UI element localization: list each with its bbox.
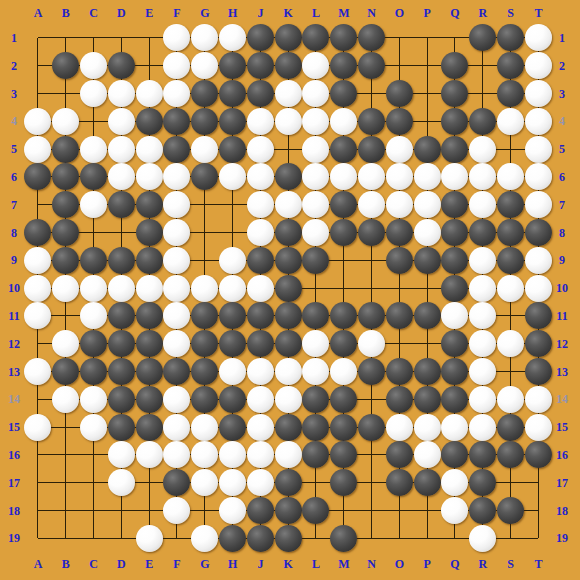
point-T11[interactable] bbox=[524, 302, 552, 330]
point-F6[interactable] bbox=[163, 163, 191, 191]
point-G15[interactable] bbox=[191, 413, 219, 441]
point-H10[interactable] bbox=[219, 274, 247, 302]
point-N18[interactable] bbox=[358, 497, 386, 525]
point-A15[interactable] bbox=[24, 413, 52, 441]
point-R17[interactable] bbox=[469, 469, 497, 497]
point-T6[interactable] bbox=[524, 163, 552, 191]
point-L19[interactable] bbox=[302, 524, 330, 552]
point-T5[interactable] bbox=[524, 135, 552, 163]
point-S15[interactable] bbox=[497, 413, 525, 441]
point-R2[interactable] bbox=[469, 52, 497, 80]
point-N4[interactable] bbox=[358, 107, 386, 135]
point-T9[interactable] bbox=[524, 246, 552, 274]
point-B7[interactable] bbox=[52, 191, 80, 219]
point-R3[interactable] bbox=[469, 80, 497, 108]
point-G4[interactable] bbox=[191, 107, 219, 135]
point-L3[interactable] bbox=[302, 80, 330, 108]
point-Q17[interactable] bbox=[441, 469, 469, 497]
point-T7[interactable] bbox=[524, 191, 552, 219]
point-S5[interactable] bbox=[497, 135, 525, 163]
point-O15[interactable] bbox=[385, 413, 413, 441]
point-E16[interactable] bbox=[135, 441, 163, 469]
point-C12[interactable] bbox=[80, 330, 108, 358]
point-B6[interactable] bbox=[52, 163, 80, 191]
point-K3[interactable] bbox=[274, 80, 302, 108]
point-P14[interactable] bbox=[413, 385, 441, 413]
point-O19[interactable] bbox=[385, 524, 413, 552]
point-P12[interactable] bbox=[413, 330, 441, 358]
point-G18[interactable] bbox=[191, 497, 219, 525]
point-S16[interactable] bbox=[497, 441, 525, 469]
point-L16[interactable] bbox=[302, 441, 330, 469]
point-Q18[interactable] bbox=[441, 497, 469, 525]
point-F7[interactable] bbox=[163, 191, 191, 219]
point-D13[interactable] bbox=[107, 358, 135, 386]
point-T13[interactable] bbox=[524, 358, 552, 386]
point-E13[interactable] bbox=[135, 358, 163, 386]
point-A13[interactable] bbox=[24, 358, 52, 386]
point-R4[interactable] bbox=[469, 107, 497, 135]
point-M15[interactable] bbox=[330, 413, 358, 441]
point-D17[interactable] bbox=[107, 469, 135, 497]
point-F5[interactable] bbox=[163, 135, 191, 163]
point-F12[interactable] bbox=[163, 330, 191, 358]
point-D12[interactable] bbox=[107, 330, 135, 358]
point-E8[interactable] bbox=[135, 219, 163, 247]
point-J17[interactable] bbox=[246, 469, 274, 497]
point-L18[interactable] bbox=[302, 497, 330, 525]
point-K11[interactable] bbox=[274, 302, 302, 330]
point-T18[interactable] bbox=[524, 497, 552, 525]
point-L8[interactable] bbox=[302, 219, 330, 247]
point-F19[interactable] bbox=[163, 524, 191, 552]
point-E2[interactable] bbox=[135, 52, 163, 80]
point-P8[interactable] bbox=[413, 219, 441, 247]
point-J13[interactable] bbox=[246, 358, 274, 386]
point-G1[interactable] bbox=[191, 24, 219, 52]
point-J1[interactable] bbox=[246, 24, 274, 52]
point-Q19[interactable] bbox=[441, 524, 469, 552]
point-M12[interactable] bbox=[330, 330, 358, 358]
point-A18[interactable] bbox=[24, 497, 52, 525]
point-N10[interactable] bbox=[358, 274, 386, 302]
point-Q1[interactable] bbox=[441, 24, 469, 52]
point-N11[interactable] bbox=[358, 302, 386, 330]
point-P5[interactable] bbox=[413, 135, 441, 163]
point-H5[interactable] bbox=[219, 135, 247, 163]
point-C2[interactable] bbox=[80, 52, 108, 80]
point-H18[interactable] bbox=[219, 497, 247, 525]
point-R11[interactable] bbox=[469, 302, 497, 330]
point-S11[interactable] bbox=[497, 302, 525, 330]
point-F8[interactable] bbox=[163, 219, 191, 247]
point-O1[interactable] bbox=[385, 24, 413, 52]
point-O9[interactable] bbox=[385, 246, 413, 274]
point-L5[interactable] bbox=[302, 135, 330, 163]
point-L17[interactable] bbox=[302, 469, 330, 497]
point-E6[interactable] bbox=[135, 163, 163, 191]
point-K15[interactable] bbox=[274, 413, 302, 441]
point-A11[interactable] bbox=[24, 302, 52, 330]
point-J5[interactable] bbox=[246, 135, 274, 163]
point-N6[interactable] bbox=[358, 163, 386, 191]
point-G8[interactable] bbox=[191, 219, 219, 247]
point-F14[interactable] bbox=[163, 385, 191, 413]
point-T12[interactable] bbox=[524, 330, 552, 358]
point-K6[interactable] bbox=[274, 163, 302, 191]
point-Q15[interactable] bbox=[441, 413, 469, 441]
point-C15[interactable] bbox=[80, 413, 108, 441]
point-R15[interactable] bbox=[469, 413, 497, 441]
point-S19[interactable] bbox=[497, 524, 525, 552]
point-B14[interactable] bbox=[52, 385, 80, 413]
point-O16[interactable] bbox=[385, 441, 413, 469]
point-C5[interactable] bbox=[80, 135, 108, 163]
point-K7[interactable] bbox=[274, 191, 302, 219]
point-G13[interactable] bbox=[191, 358, 219, 386]
point-J4[interactable] bbox=[246, 107, 274, 135]
point-M6[interactable] bbox=[330, 163, 358, 191]
point-E4[interactable] bbox=[135, 107, 163, 135]
point-T19[interactable] bbox=[524, 524, 552, 552]
point-P10[interactable] bbox=[413, 274, 441, 302]
point-A3[interactable] bbox=[24, 80, 52, 108]
point-F2[interactable] bbox=[163, 52, 191, 80]
point-G9[interactable] bbox=[191, 246, 219, 274]
point-R12[interactable] bbox=[469, 330, 497, 358]
point-J14[interactable] bbox=[246, 385, 274, 413]
point-Q16[interactable] bbox=[441, 441, 469, 469]
point-P6[interactable] bbox=[413, 163, 441, 191]
point-A5[interactable] bbox=[24, 135, 52, 163]
point-L12[interactable] bbox=[302, 330, 330, 358]
point-H13[interactable] bbox=[219, 358, 247, 386]
point-F4[interactable] bbox=[163, 107, 191, 135]
point-J3[interactable] bbox=[246, 80, 274, 108]
point-A6[interactable] bbox=[24, 163, 52, 191]
point-M11[interactable] bbox=[330, 302, 358, 330]
point-C1[interactable] bbox=[80, 24, 108, 52]
point-R6[interactable] bbox=[469, 163, 497, 191]
point-D1[interactable] bbox=[107, 24, 135, 52]
point-K2[interactable] bbox=[274, 52, 302, 80]
point-A14[interactable] bbox=[24, 385, 52, 413]
point-G16[interactable] bbox=[191, 441, 219, 469]
point-C9[interactable] bbox=[80, 246, 108, 274]
point-H11[interactable] bbox=[219, 302, 247, 330]
point-A2[interactable] bbox=[24, 52, 52, 80]
point-L4[interactable] bbox=[302, 107, 330, 135]
point-D11[interactable] bbox=[107, 302, 135, 330]
point-L14[interactable] bbox=[302, 385, 330, 413]
point-A9[interactable] bbox=[24, 246, 52, 274]
point-B16[interactable] bbox=[52, 441, 80, 469]
point-H7[interactable] bbox=[219, 191, 247, 219]
point-E10[interactable] bbox=[135, 274, 163, 302]
point-B4[interactable] bbox=[52, 107, 80, 135]
point-E18[interactable] bbox=[135, 497, 163, 525]
point-D19[interactable] bbox=[107, 524, 135, 552]
point-J15[interactable] bbox=[246, 413, 274, 441]
point-D2[interactable] bbox=[107, 52, 135, 80]
point-B11[interactable] bbox=[52, 302, 80, 330]
point-D9[interactable] bbox=[107, 246, 135, 274]
point-A19[interactable] bbox=[24, 524, 52, 552]
point-E11[interactable] bbox=[135, 302, 163, 330]
point-M7[interactable] bbox=[330, 191, 358, 219]
point-M5[interactable] bbox=[330, 135, 358, 163]
point-P3[interactable] bbox=[413, 80, 441, 108]
point-P13[interactable] bbox=[413, 358, 441, 386]
point-E9[interactable] bbox=[135, 246, 163, 274]
point-H4[interactable] bbox=[219, 107, 247, 135]
point-A4[interactable] bbox=[24, 107, 52, 135]
point-Q7[interactable] bbox=[441, 191, 469, 219]
point-G6[interactable] bbox=[191, 163, 219, 191]
point-N7[interactable] bbox=[358, 191, 386, 219]
point-Q4[interactable] bbox=[441, 107, 469, 135]
point-L11[interactable] bbox=[302, 302, 330, 330]
point-H3[interactable] bbox=[219, 80, 247, 108]
point-D3[interactable] bbox=[107, 80, 135, 108]
point-R13[interactable] bbox=[469, 358, 497, 386]
point-T1[interactable] bbox=[524, 24, 552, 52]
point-Q13[interactable] bbox=[441, 358, 469, 386]
point-E14[interactable] bbox=[135, 385, 163, 413]
point-M18[interactable] bbox=[330, 497, 358, 525]
point-K13[interactable] bbox=[274, 358, 302, 386]
point-A1[interactable] bbox=[24, 24, 52, 52]
point-O13[interactable] bbox=[385, 358, 413, 386]
point-R9[interactable] bbox=[469, 246, 497, 274]
point-O7[interactable] bbox=[385, 191, 413, 219]
point-B19[interactable] bbox=[52, 524, 80, 552]
point-P17[interactable] bbox=[413, 469, 441, 497]
point-A16[interactable] bbox=[24, 441, 52, 469]
point-S12[interactable] bbox=[497, 330, 525, 358]
point-B15[interactable] bbox=[52, 413, 80, 441]
point-O5[interactable] bbox=[385, 135, 413, 163]
point-G17[interactable] bbox=[191, 469, 219, 497]
point-T4[interactable] bbox=[524, 107, 552, 135]
point-G14[interactable] bbox=[191, 385, 219, 413]
point-K4[interactable] bbox=[274, 107, 302, 135]
point-B3[interactable] bbox=[52, 80, 80, 108]
point-T8[interactable] bbox=[524, 219, 552, 247]
point-S9[interactable] bbox=[497, 246, 525, 274]
point-S6[interactable] bbox=[497, 163, 525, 191]
point-R14[interactable] bbox=[469, 385, 497, 413]
point-R7[interactable] bbox=[469, 191, 497, 219]
point-Q5[interactable] bbox=[441, 135, 469, 163]
point-L6[interactable] bbox=[302, 163, 330, 191]
point-M3[interactable] bbox=[330, 80, 358, 108]
point-P2[interactable] bbox=[413, 52, 441, 80]
point-O17[interactable] bbox=[385, 469, 413, 497]
point-F9[interactable] bbox=[163, 246, 191, 274]
point-P7[interactable] bbox=[413, 191, 441, 219]
point-G11[interactable] bbox=[191, 302, 219, 330]
point-M1[interactable] bbox=[330, 24, 358, 52]
point-A12[interactable] bbox=[24, 330, 52, 358]
point-Q11[interactable] bbox=[441, 302, 469, 330]
point-K16[interactable] bbox=[274, 441, 302, 469]
point-O2[interactable] bbox=[385, 52, 413, 80]
point-N1[interactable] bbox=[358, 24, 386, 52]
point-O18[interactable] bbox=[385, 497, 413, 525]
point-O12[interactable] bbox=[385, 330, 413, 358]
point-H1[interactable] bbox=[219, 24, 247, 52]
point-C13[interactable] bbox=[80, 358, 108, 386]
point-J19[interactable] bbox=[246, 524, 274, 552]
point-B9[interactable] bbox=[52, 246, 80, 274]
point-D7[interactable] bbox=[107, 191, 135, 219]
point-C7[interactable] bbox=[80, 191, 108, 219]
point-J6[interactable] bbox=[246, 163, 274, 191]
point-S8[interactable] bbox=[497, 219, 525, 247]
point-T16[interactable] bbox=[524, 441, 552, 469]
point-F15[interactable] bbox=[163, 413, 191, 441]
point-F17[interactable] bbox=[163, 469, 191, 497]
point-O14[interactable] bbox=[385, 385, 413, 413]
point-B8[interactable] bbox=[52, 219, 80, 247]
point-F16[interactable] bbox=[163, 441, 191, 469]
point-Q2[interactable] bbox=[441, 52, 469, 80]
point-R16[interactable] bbox=[469, 441, 497, 469]
point-S18[interactable] bbox=[497, 497, 525, 525]
point-N3[interactable] bbox=[358, 80, 386, 108]
point-Q8[interactable] bbox=[441, 219, 469, 247]
point-L15[interactable] bbox=[302, 413, 330, 441]
point-M10[interactable] bbox=[330, 274, 358, 302]
point-D14[interactable] bbox=[107, 385, 135, 413]
point-T14[interactable] bbox=[524, 385, 552, 413]
point-H15[interactable] bbox=[219, 413, 247, 441]
point-B2[interactable] bbox=[52, 52, 80, 80]
point-C16[interactable] bbox=[80, 441, 108, 469]
point-K14[interactable] bbox=[274, 385, 302, 413]
point-J12[interactable] bbox=[246, 330, 274, 358]
point-P4[interactable] bbox=[413, 107, 441, 135]
point-B17[interactable] bbox=[52, 469, 80, 497]
point-Q10[interactable] bbox=[441, 274, 469, 302]
point-C10[interactable] bbox=[80, 274, 108, 302]
point-F3[interactable] bbox=[163, 80, 191, 108]
point-S10[interactable] bbox=[497, 274, 525, 302]
point-E7[interactable] bbox=[135, 191, 163, 219]
point-B18[interactable] bbox=[52, 497, 80, 525]
point-M13[interactable] bbox=[330, 358, 358, 386]
point-D5[interactable] bbox=[107, 135, 135, 163]
point-M4[interactable] bbox=[330, 107, 358, 135]
point-P15[interactable] bbox=[413, 413, 441, 441]
point-R10[interactable] bbox=[469, 274, 497, 302]
point-B5[interactable] bbox=[52, 135, 80, 163]
point-N8[interactable] bbox=[358, 219, 386, 247]
point-H14[interactable] bbox=[219, 385, 247, 413]
point-T3[interactable] bbox=[524, 80, 552, 108]
point-E19[interactable] bbox=[135, 524, 163, 552]
point-N13[interactable] bbox=[358, 358, 386, 386]
point-K10[interactable] bbox=[274, 274, 302, 302]
point-J9[interactable] bbox=[246, 246, 274, 274]
point-N19[interactable] bbox=[358, 524, 386, 552]
point-B1[interactable] bbox=[52, 24, 80, 52]
point-H2[interactable] bbox=[219, 52, 247, 80]
point-K12[interactable] bbox=[274, 330, 302, 358]
point-R1[interactable] bbox=[469, 24, 497, 52]
point-C19[interactable] bbox=[80, 524, 108, 552]
point-G5[interactable] bbox=[191, 135, 219, 163]
point-Q14[interactable] bbox=[441, 385, 469, 413]
point-M16[interactable] bbox=[330, 441, 358, 469]
point-T15[interactable] bbox=[524, 413, 552, 441]
point-E3[interactable] bbox=[135, 80, 163, 108]
point-D6[interactable] bbox=[107, 163, 135, 191]
point-G3[interactable] bbox=[191, 80, 219, 108]
point-T17[interactable] bbox=[524, 469, 552, 497]
point-H9[interactable] bbox=[219, 246, 247, 274]
point-L10[interactable] bbox=[302, 274, 330, 302]
point-G2[interactable] bbox=[191, 52, 219, 80]
point-H17[interactable] bbox=[219, 469, 247, 497]
point-P16[interactable] bbox=[413, 441, 441, 469]
point-J10[interactable] bbox=[246, 274, 274, 302]
point-C11[interactable] bbox=[80, 302, 108, 330]
point-A7[interactable] bbox=[24, 191, 52, 219]
point-L1[interactable] bbox=[302, 24, 330, 52]
point-K17[interactable] bbox=[274, 469, 302, 497]
point-P1[interactable] bbox=[413, 24, 441, 52]
point-D16[interactable] bbox=[107, 441, 135, 469]
point-H16[interactable] bbox=[219, 441, 247, 469]
point-S4[interactable] bbox=[497, 107, 525, 135]
point-N16[interactable] bbox=[358, 441, 386, 469]
point-Q9[interactable] bbox=[441, 246, 469, 274]
point-P9[interactable] bbox=[413, 246, 441, 274]
point-F10[interactable] bbox=[163, 274, 191, 302]
point-Q6[interactable] bbox=[441, 163, 469, 191]
point-E17[interactable] bbox=[135, 469, 163, 497]
point-S2[interactable] bbox=[497, 52, 525, 80]
point-D4[interactable] bbox=[107, 107, 135, 135]
point-K8[interactable] bbox=[274, 219, 302, 247]
point-P18[interactable] bbox=[413, 497, 441, 525]
point-R19[interactable] bbox=[469, 524, 497, 552]
point-C3[interactable] bbox=[80, 80, 108, 108]
point-G7[interactable] bbox=[191, 191, 219, 219]
point-K1[interactable] bbox=[274, 24, 302, 52]
point-G19[interactable] bbox=[191, 524, 219, 552]
point-Q3[interactable] bbox=[441, 80, 469, 108]
point-B13[interactable] bbox=[52, 358, 80, 386]
point-J16[interactable] bbox=[246, 441, 274, 469]
point-O10[interactable] bbox=[385, 274, 413, 302]
point-E12[interactable] bbox=[135, 330, 163, 358]
point-L2[interactable] bbox=[302, 52, 330, 80]
point-N2[interactable] bbox=[358, 52, 386, 80]
point-K9[interactable] bbox=[274, 246, 302, 274]
point-M2[interactable] bbox=[330, 52, 358, 80]
point-O11[interactable] bbox=[385, 302, 413, 330]
point-P19[interactable] bbox=[413, 524, 441, 552]
point-J2[interactable] bbox=[246, 52, 274, 80]
point-N17[interactable] bbox=[358, 469, 386, 497]
point-D10[interactable] bbox=[107, 274, 135, 302]
point-C4[interactable] bbox=[80, 107, 108, 135]
point-B12[interactable] bbox=[52, 330, 80, 358]
point-R5[interactable] bbox=[469, 135, 497, 163]
